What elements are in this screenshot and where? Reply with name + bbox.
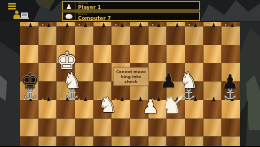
tiny-gold-dot [207,99,209,101]
square-r5f10[interactable] [203,100,221,118]
black-pawn-2[interactable]: ♟ [221,72,238,91]
square-r1f7[interactable] [148,26,166,44]
tiny-black-pawn-marker: ♟ [28,22,33,28]
tiny-black-pawn-marker: ♟ [230,22,235,28]
square-r1f9[interactable] [185,26,203,44]
tiny-black-pawn-marker: ♟ [138,22,143,28]
square-r1f0[interactable] [20,26,38,44]
square-r6f5[interactable] [112,118,130,136]
tiny-gold-dot [97,24,99,26]
app-screen: ♟ White Player 1 Black Computer 7 Cannot… [0,0,260,146]
tiny-gold-dot [189,24,191,26]
square-r7f5[interactable] [112,137,130,146]
monitor-screen [22,14,27,17]
square-r2f0[interactable] [20,45,38,63]
tiny-gold-dot [134,99,136,101]
board: Cannot move king into check ♟♟♟♟♟♟♟♟♟♟♟♟… [20,22,240,147]
hamburger-icon [8,6,16,8]
square-r6f4[interactable] [93,118,111,136]
square-r1f4[interactable] [93,26,111,44]
square-r3f1[interactable] [38,63,56,81]
tiny-black-pawn-marker: ♟ [211,97,216,103]
black-player-panel[interactable]: Black Computer 7 [62,12,200,22]
square-r1f6[interactable] [130,26,148,44]
tiny-black-pawn-marker: ♟ [175,22,180,28]
square-r7f6[interactable] [130,137,148,146]
square-r2f11[interactable] [222,45,240,63]
square-r6f2[interactable] [57,118,75,136]
tiny-gold-dot [24,24,26,26]
tiny-gold-dot [79,24,81,26]
background-rock-silhouette [26,0,62,22]
white-player-name: Player 1 [78,5,101,10]
tiny-gold-dot [207,24,209,26]
white-knight-c[interactable]: ♞ [98,94,118,116]
tiny-black-pawn-marker: ♟ [211,22,216,28]
square-r6f7[interactable] [148,118,166,136]
square-r7f0[interactable] [20,137,38,146]
square-r1f3[interactable] [75,26,93,44]
hamburger-icon [8,8,16,10]
square-r6f8[interactable] [167,118,185,136]
tiny-black-pawn-marker: ♟ [83,22,88,28]
tiny-black-pawn-marker: ♟ [156,22,161,28]
background-art-left [0,22,20,147]
menu-button[interactable] [8,3,16,10]
tiny-gold-dot [42,99,44,101]
square-r1f5[interactable] [112,26,130,44]
square-r7f4[interactable] [93,137,111,146]
tiny-black-pawn-marker: ♟ [65,22,70,28]
black-player-name: Computer 7 [78,16,111,21]
square-r1f1[interactable] [38,26,56,44]
square-r6f11[interactable] [222,118,240,136]
square-r6f3[interactable] [75,118,93,136]
square-r1f2[interactable] [57,26,75,44]
tiny-black-pawn-marker: ♟ [193,22,198,28]
tiny-black-pawn-marker: ♟ [46,97,51,103]
monitor-base [20,18,29,20]
black-player-icon-box [63,13,76,21]
square-r3f10[interactable] [203,63,221,81]
background-rock-highlight [246,75,260,130]
background-rock-shadow [240,100,260,146]
tiny-gold-dot [152,24,154,26]
square-r2f7[interactable] [148,45,166,63]
square-r2f4[interactable] [93,45,111,63]
square-r2f5[interactable] [112,45,130,63]
square-r1f8[interactable] [167,26,185,44]
square-r2f6[interactable] [130,45,148,63]
background-rock-highlight [0,75,7,101]
background-art-top-right [200,0,260,22]
square-r7f8[interactable] [167,137,185,146]
background-rock-silhouette [200,0,260,22]
background-rock-silhouette [0,30,20,146]
tiny-black-pawn-marker: ♟ [46,22,51,28]
tiny-black-pawn-marker: ♟ [101,22,106,28]
square-r1f10[interactable] [203,26,221,44]
square-r2f8[interactable] [167,45,185,63]
hamburger-icon [8,3,16,5]
tiny-black-pawn-marker: ♟ [120,22,125,28]
black-king[interactable]: ♚ [21,70,40,91]
board-viewport: Cannot move king into check ♟♟♟♟♟♟♟♟♟♟♟♟… [20,22,240,147]
black-pawn-1[interactable]: ♟ [160,71,177,90]
square-r5f1[interactable] [38,100,56,118]
square-r1f11[interactable] [222,26,240,44]
square-r7f9[interactable] [185,137,203,146]
square-r6f6[interactable] [130,118,148,136]
background-rock-silhouette [240,22,260,147]
tiny-gold-dot [42,24,44,26]
white-player-icon-box: ♟ [63,2,76,10]
square-r6f0[interactable] [20,118,38,136]
white-knight-b[interactable]: ♞ [179,69,199,91]
square-r7f10[interactable] [203,137,221,146]
square-r7f11[interactable] [222,137,240,146]
white-player-panel[interactable]: ♟ White Player 1 [62,1,200,11]
square-r7f2[interactable] [57,137,75,146]
square-r2f1[interactable] [38,45,56,63]
stage: ♟ White Player 1 Black Computer 7 Cannot… [0,0,260,146]
background-art-right [240,22,260,147]
square-r7f7[interactable] [148,137,166,146]
message-popup: Cannot move king into check [113,67,149,86]
tiny-gold-dot [134,24,136,26]
square-r2f9[interactable] [185,45,203,63]
square-r2f10[interactable] [203,45,221,63]
computer-monitor-icon[interactable] [21,13,28,19]
white-knight-a[interactable]: ♞ [62,69,82,91]
square-r6f9[interactable] [185,118,203,136]
white-pawn[interactable]: ♟ [142,97,159,116]
background-rock-silhouette [35,0,55,10]
white-pawn-icon: ♟ [66,2,72,9]
square-r7f3[interactable] [75,137,93,146]
square-r7f1[interactable] [38,137,56,146]
tiny-black-pawn-marker: ♟ [120,97,125,103]
square-r3f4[interactable] [93,63,111,81]
square-r6f1[interactable] [38,118,56,136]
message-line2: king into check [115,74,148,84]
square-r6f10[interactable] [203,118,221,136]
white-oval-blob-icon [66,14,73,19]
tiny-black-pawn-marker: ♟ [83,97,88,103]
person-head [15,11,19,15]
